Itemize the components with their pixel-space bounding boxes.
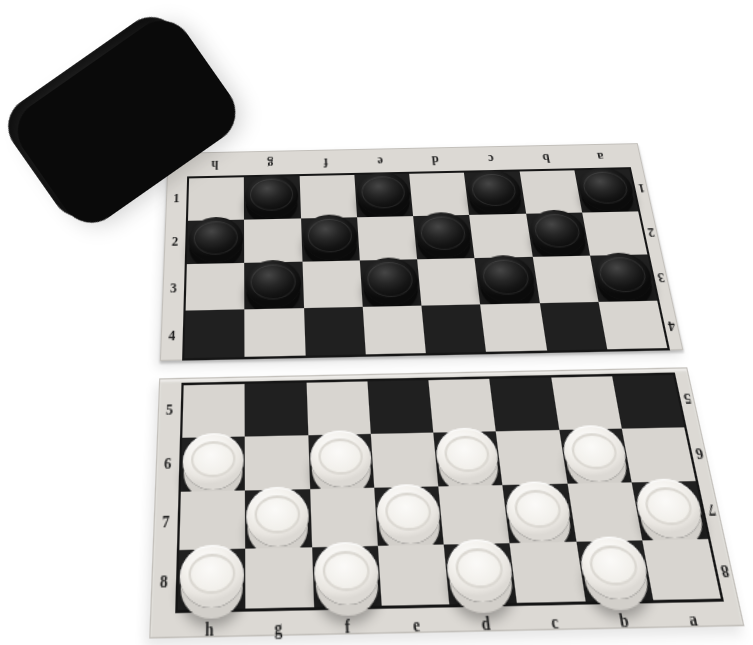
square-b2[interactable] bbox=[526, 212, 590, 257]
square-f5[interactable] bbox=[306, 381, 370, 434]
file-label-bottom-f: f bbox=[313, 613, 383, 639]
file-label-bottom-d: d bbox=[450, 611, 522, 637]
square-d4[interactable] bbox=[421, 304, 486, 353]
square-e5[interactable] bbox=[367, 380, 433, 433]
file-label-top-h: h bbox=[187, 154, 242, 175]
black-piece-f2[interactable] bbox=[302, 214, 359, 260]
file-label-bottom-a: a bbox=[656, 606, 730, 632]
square-d6[interactable] bbox=[433, 431, 502, 487]
square-g3[interactable] bbox=[244, 262, 303, 309]
file-label-bottom-c: c bbox=[519, 609, 592, 635]
square-e8[interactable] bbox=[378, 544, 450, 606]
white-piece-f6[interactable] bbox=[309, 430, 373, 488]
square-f1[interactable] bbox=[299, 175, 357, 218]
file-label-top-g: g bbox=[243, 153, 298, 174]
square-b1[interactable] bbox=[519, 170, 582, 213]
square-c1[interactable] bbox=[464, 171, 525, 214]
rank-label-left-1: 1 bbox=[166, 176, 186, 219]
square-d3[interactable] bbox=[417, 258, 480, 305]
white-piece-h8[interactable] bbox=[179, 544, 244, 608]
square-a1[interactable] bbox=[574, 169, 638, 212]
square-b3[interactable] bbox=[532, 256, 598, 303]
square-b8[interactable] bbox=[576, 540, 653, 602]
black-piece-h2[interactable] bbox=[188, 216, 243, 262]
file-labels-bottom: hgfedcba bbox=[174, 606, 730, 643]
square-c4[interactable] bbox=[480, 303, 546, 352]
square-c3[interactable] bbox=[475, 257, 540, 304]
square-a3[interactable] bbox=[590, 254, 657, 301]
square-h7[interactable] bbox=[179, 490, 245, 549]
white-piece-c7[interactable] bbox=[504, 480, 575, 541]
board-grid-ranks-1-4 bbox=[182, 167, 670, 360]
square-b4[interactable] bbox=[539, 301, 607, 350]
black-piece-a1[interactable] bbox=[575, 167, 637, 211]
square-g7[interactable] bbox=[245, 489, 311, 548]
square-b6[interactable] bbox=[559, 428, 632, 484]
square-a4[interactable] bbox=[598, 300, 667, 349]
square-f7[interactable] bbox=[310, 488, 378, 547]
square-g4[interactable] bbox=[245, 308, 306, 357]
square-h4[interactable] bbox=[184, 309, 244, 358]
square-g8[interactable] bbox=[245, 547, 313, 609]
file-label-top-a: a bbox=[571, 146, 630, 167]
square-e7[interactable] bbox=[374, 486, 444, 545]
scene: hgfedcba 1234 1234 5678 5678 hgfedcba bbox=[0, 0, 753, 645]
rank-label-left-4: 4 bbox=[161, 311, 182, 361]
square-h3[interactable] bbox=[186, 263, 245, 310]
white-piece-b8[interactable] bbox=[577, 536, 652, 600]
rank-label-left-7: 7 bbox=[154, 492, 178, 551]
square-h1[interactable] bbox=[188, 177, 244, 220]
square-f2[interactable] bbox=[301, 217, 360, 262]
black-piece-c1[interactable] bbox=[465, 169, 524, 213]
square-d5[interactable] bbox=[428, 379, 496, 432]
board-sheet-bottom: 5678 5678 hgfedcba bbox=[149, 367, 744, 638]
square-d1[interactable] bbox=[409, 173, 469, 216]
black-piece-g3[interactable] bbox=[246, 259, 303, 308]
white-piece-f8[interactable] bbox=[313, 542, 380, 606]
square-b5[interactable] bbox=[551, 376, 622, 429]
square-d7[interactable] bbox=[438, 485, 509, 544]
square-g5[interactable] bbox=[245, 383, 308, 436]
black-piece-a3[interactable] bbox=[590, 252, 655, 300]
square-f4[interactable] bbox=[304, 306, 366, 355]
square-c5[interactable] bbox=[490, 378, 559, 431]
board-wrapper: hgfedcba 1234 1234 5678 5678 hgfedcba bbox=[168, 143, 646, 543]
rank-label-left-5: 5 bbox=[158, 383, 180, 437]
white-piece-d8[interactable] bbox=[445, 539, 516, 603]
square-c6[interactable] bbox=[496, 429, 567, 485]
white-piece-g7[interactable] bbox=[247, 486, 311, 547]
black-piece-g1[interactable] bbox=[245, 174, 299, 218]
square-e3[interactable] bbox=[360, 259, 422, 306]
file-label-top-f: f bbox=[297, 152, 353, 173]
square-c2[interactable] bbox=[469, 213, 532, 258]
square-a2[interactable] bbox=[582, 211, 648, 256]
square-c7[interactable] bbox=[503, 484, 576, 543]
square-b7[interactable] bbox=[567, 482, 642, 541]
white-piece-h6[interactable] bbox=[182, 433, 244, 491]
white-piece-b6[interactable] bbox=[559, 425, 629, 483]
square-d8[interactable] bbox=[444, 542, 518, 604]
rank-label-left-8: 8 bbox=[151, 551, 175, 614]
square-e6[interactable] bbox=[370, 432, 438, 488]
file-label-top-b: b bbox=[517, 147, 575, 168]
square-e1[interactable] bbox=[354, 174, 413, 217]
checkers-board: hgfedcba 1234 1234 5678 5678 hgfedcba bbox=[149, 143, 744, 639]
file-label-bottom-e: e bbox=[381, 612, 452, 638]
square-h2[interactable] bbox=[187, 219, 245, 264]
board-grid-ranks-5-8 bbox=[175, 372, 724, 613]
rank-label-left-3: 3 bbox=[163, 264, 184, 311]
black-piece-e3[interactable] bbox=[361, 257, 420, 306]
file-label-bottom-b: b bbox=[587, 608, 660, 634]
black-piece-d2[interactable] bbox=[414, 212, 473, 258]
rank-label-left-6: 6 bbox=[156, 436, 179, 492]
square-e2[interactable] bbox=[357, 216, 417, 261]
square-g2[interactable] bbox=[244, 218, 302, 263]
square-h8[interactable] bbox=[178, 548, 246, 610]
white-piece-e7[interactable] bbox=[375, 483, 442, 544]
square-e4[interactable] bbox=[362, 305, 425, 354]
file-label-bottom-h: h bbox=[174, 616, 243, 643]
board-sheet-top: hgfedcba 1234 1234 bbox=[160, 143, 684, 361]
square-c8[interactable] bbox=[510, 541, 585, 603]
square-h6[interactable] bbox=[181, 436, 245, 492]
file-label-top-c: c bbox=[462, 149, 520, 170]
square-f6[interactable] bbox=[308, 433, 374, 489]
rank-label-left-2: 2 bbox=[165, 219, 185, 264]
square-g6[interactable] bbox=[245, 435, 310, 491]
file-label-top-d: d bbox=[407, 150, 464, 171]
black-piece-b2[interactable] bbox=[526, 209, 588, 255]
square-d2[interactable] bbox=[413, 214, 475, 259]
square-f8[interactable] bbox=[311, 545, 381, 607]
file-label-top-e: e bbox=[352, 151, 409, 172]
square-g1[interactable] bbox=[244, 176, 300, 219]
square-h5[interactable] bbox=[182, 384, 245, 437]
black-piece-c3[interactable] bbox=[476, 254, 538, 303]
square-f3[interactable] bbox=[302, 260, 362, 307]
black-piece-e1[interactable] bbox=[355, 171, 412, 215]
file-label-bottom-g: g bbox=[244, 615, 314, 641]
white-piece-d6[interactable] bbox=[434, 427, 501, 485]
